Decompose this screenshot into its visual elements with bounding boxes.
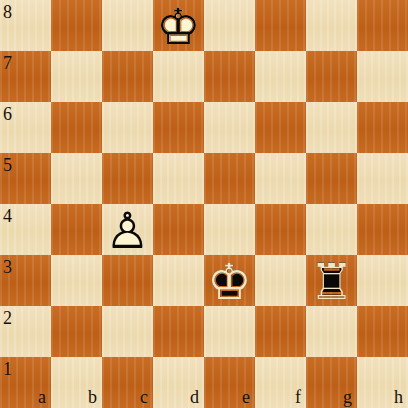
square-b1[interactable]: b	[51, 357, 102, 408]
square-e7[interactable]	[204, 51, 255, 102]
square-f3[interactable]	[255, 255, 306, 306]
square-h6[interactable]	[357, 102, 408, 153]
white-king-d8[interactable]: ♚♔	[153, 0, 204, 51]
rank-label-6: 6	[3, 105, 12, 123]
square-h4[interactable]	[357, 204, 408, 255]
rank-label-3: 3	[3, 258, 12, 276]
file-label-f: f	[295, 388, 301, 406]
square-b7[interactable]	[51, 51, 102, 102]
square-d6[interactable]	[153, 102, 204, 153]
square-c1[interactable]: c	[102, 357, 153, 408]
square-a4[interactable]: 4	[0, 204, 51, 255]
black-rook-g3[interactable]: ♜♖	[306, 255, 357, 306]
square-a3[interactable]: 3	[0, 255, 51, 306]
square-b5[interactable]	[51, 153, 102, 204]
square-h7[interactable]	[357, 51, 408, 102]
square-g7[interactable]	[306, 51, 357, 102]
file-label-a: a	[38, 388, 46, 406]
square-g6[interactable]	[306, 102, 357, 153]
file-label-d: d	[190, 388, 199, 406]
file-label-b: b	[88, 388, 97, 406]
square-b6[interactable]	[51, 102, 102, 153]
square-c4[interactable]: ♟♙	[102, 204, 153, 255]
rank-label-7: 7	[3, 54, 12, 72]
square-a6[interactable]: 6	[0, 102, 51, 153]
square-e3[interactable]: ♚♔	[204, 255, 255, 306]
square-g2[interactable]	[306, 306, 357, 357]
square-e1[interactable]: e	[204, 357, 255, 408]
square-a5[interactable]: 5	[0, 153, 51, 204]
square-d3[interactable]	[153, 255, 204, 306]
square-h8[interactable]	[357, 0, 408, 51]
rank-label-2: 2	[3, 309, 12, 327]
square-e2[interactable]	[204, 306, 255, 357]
square-h1[interactable]: h	[357, 357, 408, 408]
file-label-h: h	[394, 388, 403, 406]
square-f8[interactable]	[255, 0, 306, 51]
square-f4[interactable]	[255, 204, 306, 255]
chess-board: 8♚♔7654♟♙3♚♔♜♖21abcdefgh	[0, 0, 408, 408]
square-a1[interactable]: 1a	[0, 357, 51, 408]
black-king-e3[interactable]: ♚♔	[204, 255, 255, 306]
square-h2[interactable]	[357, 306, 408, 357]
rank-label-4: 4	[3, 207, 12, 225]
square-f5[interactable]	[255, 153, 306, 204]
square-g8[interactable]	[306, 0, 357, 51]
square-b3[interactable]	[51, 255, 102, 306]
white-pawn-c4[interactable]: ♟♙	[102, 204, 153, 255]
square-f2[interactable]	[255, 306, 306, 357]
square-c5[interactable]	[102, 153, 153, 204]
black-king-outline-icon: ♔	[204, 255, 255, 306]
square-d2[interactable]	[153, 306, 204, 357]
square-e4[interactable]	[204, 204, 255, 255]
square-g4[interactable]	[306, 204, 357, 255]
square-a8[interactable]: 8	[0, 0, 51, 51]
square-b4[interactable]	[51, 204, 102, 255]
square-c8[interactable]	[102, 0, 153, 51]
rank-label-8: 8	[3, 3, 12, 21]
black-rook-outline-icon: ♖	[306, 255, 357, 306]
file-label-g: g	[343, 388, 352, 406]
square-g1[interactable]: g	[306, 357, 357, 408]
file-label-e: e	[242, 388, 250, 406]
square-d1[interactable]: d	[153, 357, 204, 408]
square-e5[interactable]	[204, 153, 255, 204]
square-c7[interactable]	[102, 51, 153, 102]
square-b2[interactable]	[51, 306, 102, 357]
square-f7[interactable]	[255, 51, 306, 102]
square-d7[interactable]	[153, 51, 204, 102]
square-a7[interactable]: 7	[0, 51, 51, 102]
square-f1[interactable]: f	[255, 357, 306, 408]
square-e8[interactable]	[204, 0, 255, 51]
square-g5[interactable]	[306, 153, 357, 204]
square-a2[interactable]: 2	[0, 306, 51, 357]
square-b8[interactable]	[51, 0, 102, 51]
rank-label-1: 1	[3, 360, 12, 378]
square-d8[interactable]: ♚♔	[153, 0, 204, 51]
square-d5[interactable]	[153, 153, 204, 204]
file-label-c: c	[140, 388, 148, 406]
white-pawn-outline-icon: ♙	[102, 204, 153, 255]
square-d4[interactable]	[153, 204, 204, 255]
square-e6[interactable]	[204, 102, 255, 153]
square-h5[interactable]	[357, 153, 408, 204]
square-f6[interactable]	[255, 102, 306, 153]
square-g3[interactable]: ♜♖	[306, 255, 357, 306]
rank-label-5: 5	[3, 156, 12, 174]
square-c3[interactable]	[102, 255, 153, 306]
white-king-outline-icon: ♔	[153, 0, 204, 51]
square-h3[interactable]	[357, 255, 408, 306]
square-c6[interactable]	[102, 102, 153, 153]
square-c2[interactable]	[102, 306, 153, 357]
